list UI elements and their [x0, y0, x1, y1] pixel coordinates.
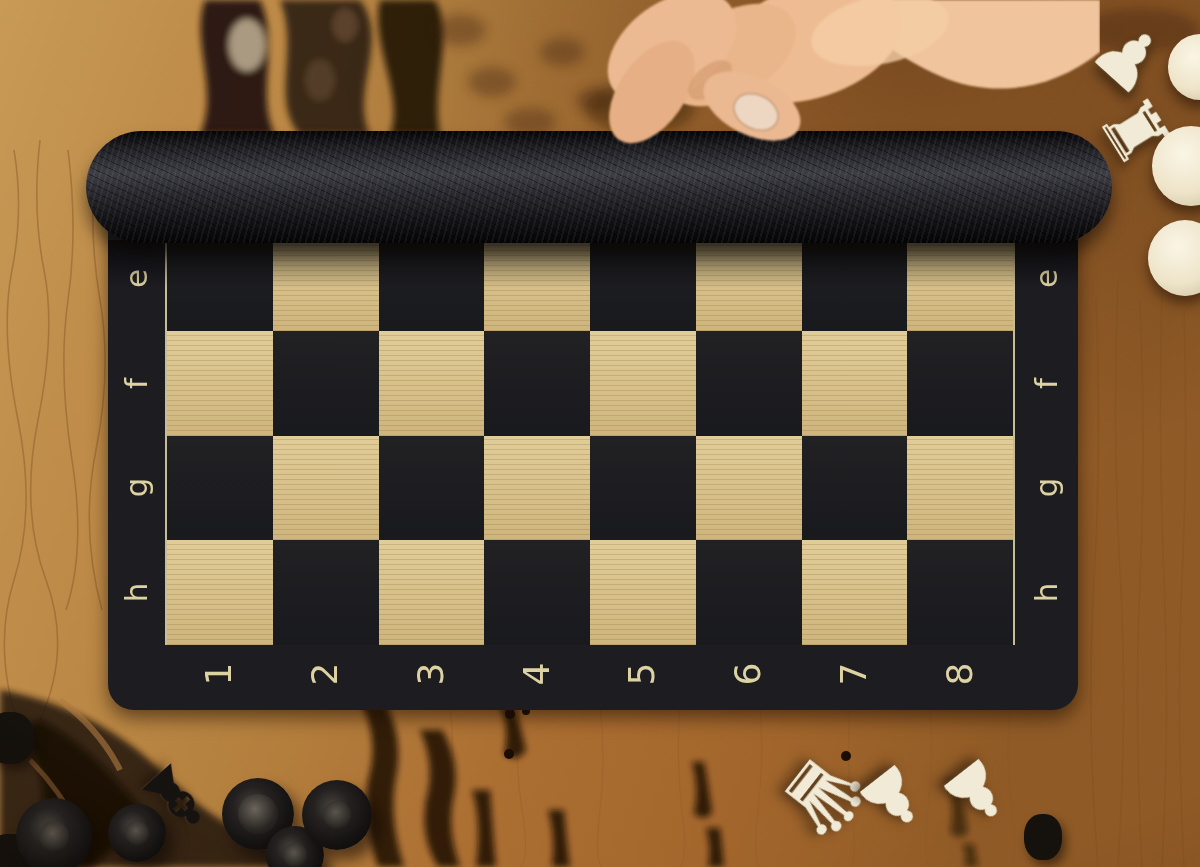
- square-g3: [379, 436, 485, 541]
- square-f8: [907, 331, 1013, 436]
- rank-label-5: 5: [625, 663, 661, 686]
- rank-label: 8: [907, 645, 1013, 703]
- square-f6: [696, 331, 802, 436]
- rank-label-1: 1: [202, 663, 238, 686]
- file-label: f: [1015, 331, 1078, 436]
- board-squares: [167, 226, 1013, 645]
- square-h8: [907, 540, 1013, 645]
- roll-shadow-on-mat: [108, 240, 1078, 288]
- square-h6: [696, 540, 802, 645]
- rank-label-3: 3: [413, 663, 449, 686]
- rank-label-4: 4: [519, 663, 555, 686]
- square-g8: [907, 436, 1013, 541]
- rank-label: 2: [273, 645, 379, 703]
- board-edge-line-left: [165, 226, 167, 645]
- rank-label: 5: [590, 645, 696, 703]
- square-h3: [379, 540, 485, 645]
- square-h7: [802, 540, 908, 645]
- square-h4: [484, 540, 590, 645]
- square-f5: [590, 331, 696, 436]
- square-g1: [167, 436, 273, 541]
- file-label-g-left: g: [121, 478, 152, 498]
- file-labels-left: e f g h: [108, 226, 165, 645]
- file-label: h: [1015, 540, 1078, 645]
- chess-mat: e f g h e f g h 1 2 3 4 5 6 7 8: [108, 168, 1078, 710]
- square-g4: [484, 436, 590, 541]
- file-label-f-left: f: [121, 378, 152, 389]
- file-label: g: [1015, 436, 1078, 541]
- file-label-h-left: h: [121, 583, 152, 603]
- black-piece-fragment: [1024, 814, 1062, 860]
- square-f4: [484, 331, 590, 436]
- rank-label-8: 8: [942, 663, 978, 686]
- square-g5: [590, 436, 696, 541]
- hand: [560, 0, 1100, 170]
- file-label: g: [108, 436, 165, 541]
- rank-label-7: 7: [836, 663, 872, 686]
- rank-label: 1: [167, 645, 273, 703]
- bark-seam-top: [200, 0, 443, 135]
- black-queen-top-view: [302, 780, 372, 850]
- square-f1: [167, 331, 273, 436]
- file-labels-right: e f g h: [1015, 226, 1078, 645]
- square-h5: [590, 540, 696, 645]
- square-h1: [167, 540, 273, 645]
- file-label: f: [108, 331, 165, 436]
- file-label: h: [108, 540, 165, 645]
- rank-label: 3: [379, 645, 485, 703]
- black-king-top-view: [16, 798, 92, 867]
- square-f2: [273, 331, 379, 436]
- rank-label-6: 6: [731, 663, 767, 686]
- file-label-g-right: g: [1031, 478, 1062, 498]
- square-f7: [802, 331, 908, 436]
- square-f3: [379, 331, 485, 436]
- square-g7: [802, 436, 908, 541]
- square-g2: [273, 436, 379, 541]
- rank-label: 7: [802, 645, 908, 703]
- rank-label-2: 2: [308, 663, 344, 686]
- square-g6: [696, 436, 802, 541]
- rank-label: 4: [484, 645, 590, 703]
- photo-scene: e f g h e f g h 1 2 3 4 5 6 7 8: [0, 0, 1200, 867]
- rank-labels-bottom: 1 2 3 4 5 6 7 8: [167, 645, 1013, 703]
- rank-label: 6: [696, 645, 802, 703]
- square-h2: [273, 540, 379, 645]
- file-label-h-right: h: [1031, 583, 1062, 603]
- file-label-f-right: f: [1031, 378, 1062, 389]
